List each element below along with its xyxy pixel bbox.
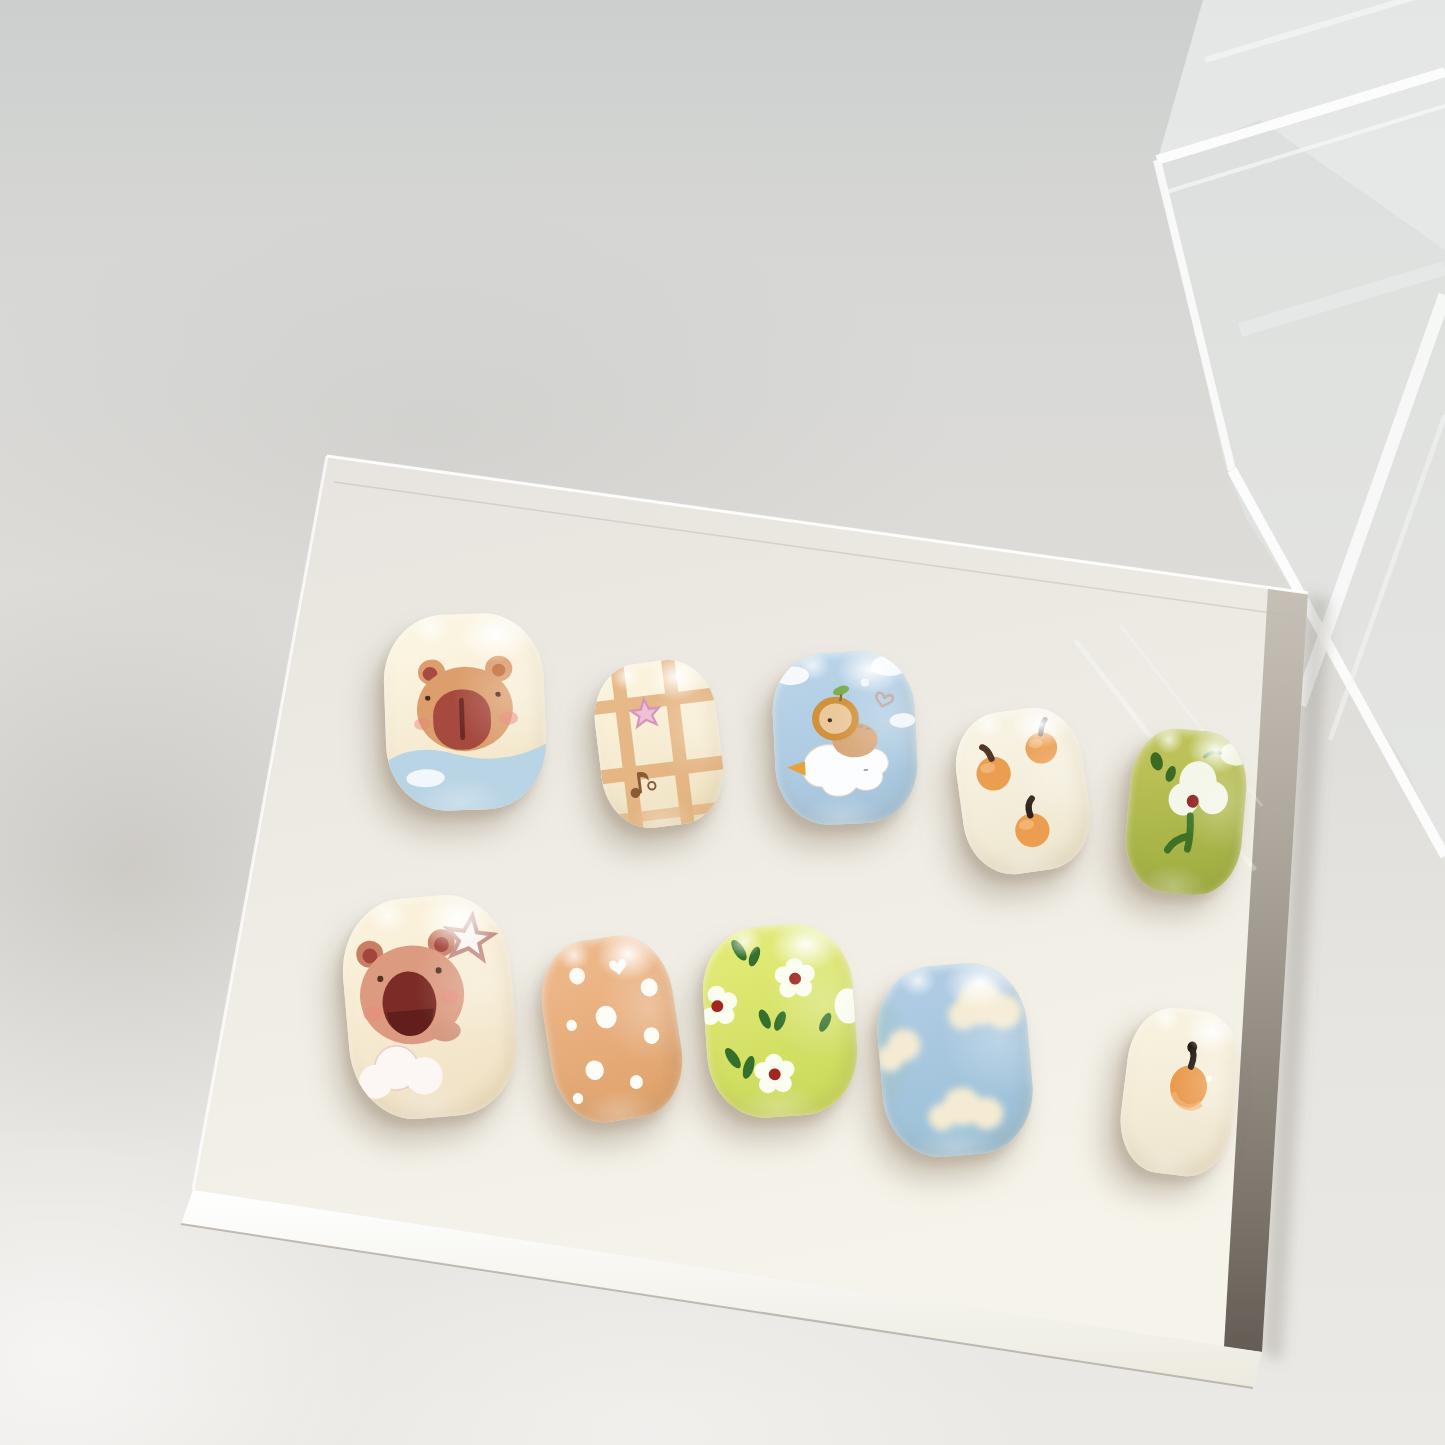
- white-flower: [1167, 759, 1231, 819]
- nail-capybara-star: [337, 890, 524, 1125]
- capybara-face: [412, 655, 519, 753]
- nail-blue-sky: [872, 958, 1038, 1161]
- nail-lime-daisies: [699, 921, 862, 1122]
- nail-capybara-pool: [382, 611, 549, 812]
- heart-outline: [874, 692, 894, 708]
- polka-dots: [552, 954, 674, 1105]
- nail-olive-flower: [1121, 725, 1251, 898]
- persimmon: [1168, 1040, 1216, 1111]
- capybara-singing: [355, 928, 469, 1049]
- cloud-bottom: [356, 1042, 444, 1100]
- stem-leaves: [1168, 814, 1192, 851]
- white-star: [445, 913, 495, 960]
- nail-capybara-sky: [770, 648, 921, 827]
- photo-scene: [0, 0, 1445, 1445]
- acrylic-display-block: [0, 0, 1445, 1445]
- persimmons: [970, 718, 1070, 853]
- cream-clouds: [872, 978, 1032, 1139]
- sprig: [1205, 751, 1221, 758]
- green-dots: [1146, 749, 1179, 783]
